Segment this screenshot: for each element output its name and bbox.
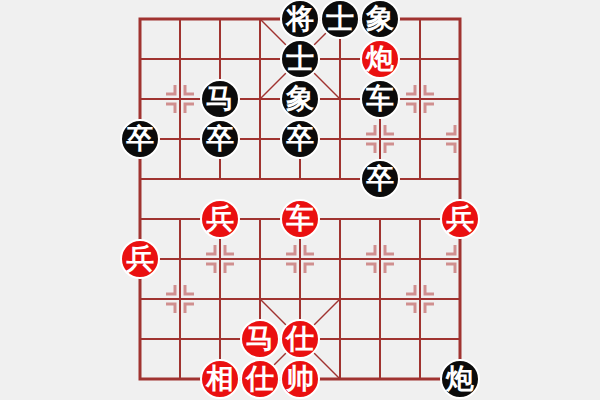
piece-red-general[interactable]: 帅 bbox=[280, 359, 320, 399]
piece-black-elephant[interactable]: 象 bbox=[280, 79, 320, 119]
piece-black-pawn[interactable]: 卒 bbox=[120, 119, 160, 159]
xiangqi-board-area: 将士象士炮马象车卒卒卒卒兵车兵兵马仕相仕帅炮 bbox=[0, 0, 600, 400]
piece-black-elephant[interactable]: 象 bbox=[360, 0, 400, 39]
piece-red-elephant[interactable]: 相 bbox=[200, 359, 240, 399]
piece-black-advisor[interactable]: 士 bbox=[320, 0, 360, 39]
piece-black-general[interactable]: 将 bbox=[280, 0, 320, 39]
piece-red-pawn[interactable]: 兵 bbox=[200, 199, 240, 239]
piece-black-advisor[interactable]: 士 bbox=[280, 39, 320, 79]
piece-red-pawn[interactable]: 兵 bbox=[440, 199, 480, 239]
piece-black-horse[interactable]: 马 bbox=[200, 79, 240, 119]
piece-black-cannon[interactable]: 炮 bbox=[440, 359, 480, 399]
pieces-layer: 将士象士炮马象车卒卒卒卒兵车兵兵马仕相仕帅炮 bbox=[120, 0, 480, 399]
piece-red-advisor[interactable]: 仕 bbox=[240, 359, 280, 399]
piece-black-pawn[interactable]: 卒 bbox=[360, 159, 400, 199]
piece-red-pawn[interactable]: 兵 bbox=[120, 239, 160, 279]
piece-red-advisor[interactable]: 仕 bbox=[280, 319, 320, 359]
piece-red-cannon[interactable]: 炮 bbox=[360, 39, 400, 79]
piece-black-pawn[interactable]: 卒 bbox=[200, 119, 240, 159]
piece-red-chariot[interactable]: 车 bbox=[280, 199, 320, 239]
piece-black-chariot[interactable]: 车 bbox=[360, 79, 400, 119]
piece-black-pawn[interactable]: 卒 bbox=[280, 119, 320, 159]
piece-red-horse[interactable]: 马 bbox=[240, 319, 280, 359]
